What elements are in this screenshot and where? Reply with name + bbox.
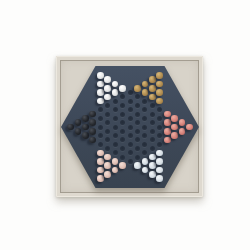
board-hole[interactable] bbox=[105, 103, 110, 108]
board-hole[interactable] bbox=[128, 125, 133, 130]
board-hole[interactable] bbox=[98, 107, 103, 112]
peg-gold[interactable] bbox=[149, 76, 156, 83]
peg-blue[interactable] bbox=[149, 154, 156, 161]
peg-black[interactable] bbox=[89, 119, 96, 126]
board-hole[interactable] bbox=[135, 137, 140, 142]
board-hole[interactable] bbox=[157, 125, 162, 130]
board-hole[interactable] bbox=[128, 116, 133, 121]
peg-salmon[interactable] bbox=[171, 132, 178, 139]
board-hole[interactable] bbox=[157, 116, 162, 121]
peg-white[interactable] bbox=[97, 98, 104, 105]
board-hole[interactable] bbox=[98, 133, 103, 138]
peg-salmon[interactable] bbox=[179, 119, 186, 126]
peg-black[interactable] bbox=[89, 111, 96, 118]
board-hole[interactable] bbox=[150, 137, 155, 142]
board-hole[interactable] bbox=[135, 129, 140, 134]
peg-salmon[interactable] bbox=[171, 115, 178, 122]
board-hole[interactable] bbox=[105, 120, 110, 125]
peg-black[interactable] bbox=[82, 124, 89, 131]
peg-salmon[interactable] bbox=[164, 119, 171, 126]
board-hole[interactable] bbox=[128, 159, 133, 164]
board-hole[interactable] bbox=[128, 142, 133, 147]
board-hole[interactable] bbox=[105, 112, 110, 117]
board-hole[interactable] bbox=[142, 125, 147, 130]
board-hole[interactable] bbox=[120, 94, 125, 99]
board-hole[interactable] bbox=[135, 103, 140, 108]
peg-white[interactable] bbox=[104, 85, 111, 92]
board-hole[interactable] bbox=[120, 146, 125, 151]
board-hole[interactable] bbox=[128, 99, 133, 104]
peg-rose[interactable] bbox=[97, 150, 104, 157]
peg-blue[interactable] bbox=[156, 175, 163, 182]
board-hole[interactable] bbox=[120, 120, 125, 125]
peg-white[interactable] bbox=[97, 72, 104, 79]
peg-gold[interactable] bbox=[156, 81, 163, 88]
board-hole[interactable] bbox=[157, 142, 162, 147]
peg-rose[interactable] bbox=[119, 162, 126, 169]
peg-gold[interactable] bbox=[149, 85, 156, 92]
board-hole[interactable] bbox=[113, 107, 118, 112]
board-cells-layer bbox=[0, 0, 250, 250]
board-hole[interactable] bbox=[113, 133, 118, 138]
board-hole[interactable] bbox=[98, 116, 103, 121]
peg-black[interactable] bbox=[75, 128, 82, 135]
peg-salmon[interactable] bbox=[164, 128, 171, 135]
board-hole[interactable] bbox=[150, 129, 155, 134]
board-hole[interactable] bbox=[98, 142, 103, 147]
board-hole[interactable] bbox=[120, 137, 125, 142]
peg-rose[interactable] bbox=[97, 175, 104, 182]
board-hole[interactable] bbox=[135, 94, 140, 99]
board-hole[interactable] bbox=[128, 133, 133, 138]
peg-white[interactable] bbox=[112, 81, 119, 88]
peg-rose[interactable] bbox=[104, 154, 111, 161]
board-hole[interactable] bbox=[113, 125, 118, 130]
board-hole[interactable] bbox=[157, 133, 162, 138]
peg-black[interactable] bbox=[89, 128, 96, 135]
peg-white[interactable] bbox=[97, 81, 104, 88]
peg-rose[interactable] bbox=[104, 171, 111, 178]
peg-blue[interactable] bbox=[149, 162, 156, 169]
peg-blue[interactable] bbox=[156, 150, 163, 157]
board-hole[interactable] bbox=[128, 107, 133, 112]
peg-blue[interactable] bbox=[134, 162, 141, 169]
board-hole[interactable] bbox=[120, 103, 125, 108]
peg-salmon[interactable] bbox=[164, 111, 171, 118]
board-hole[interactable] bbox=[142, 150, 147, 155]
peg-blue[interactable] bbox=[142, 167, 149, 174]
board-hole[interactable] bbox=[105, 137, 110, 142]
board-hole[interactable] bbox=[157, 107, 162, 112]
peg-salmon[interactable] bbox=[179, 128, 186, 135]
board-hole[interactable] bbox=[98, 125, 103, 130]
board-hole[interactable] bbox=[113, 142, 118, 147]
peg-blue[interactable] bbox=[156, 158, 163, 165]
board-hole[interactable] bbox=[105, 129, 110, 134]
board-hole[interactable] bbox=[150, 103, 155, 108]
board-hole[interactable] bbox=[113, 116, 118, 121]
board-hole[interactable] bbox=[142, 107, 147, 112]
peg-black[interactable] bbox=[67, 124, 74, 131]
board-hole[interactable] bbox=[128, 150, 133, 155]
peg-gold[interactable] bbox=[149, 94, 156, 101]
board-hole[interactable] bbox=[150, 146, 155, 151]
board-hole[interactable] bbox=[120, 129, 125, 134]
peg-black[interactable] bbox=[82, 132, 89, 139]
board-hole[interactable] bbox=[142, 99, 147, 104]
peg-black[interactable] bbox=[75, 119, 82, 126]
peg-gold[interactable] bbox=[156, 89, 163, 96]
peg-blue[interactable] bbox=[149, 171, 156, 178]
peg-white[interactable] bbox=[104, 94, 111, 101]
board-hole[interactable] bbox=[135, 155, 140, 160]
peg-white[interactable] bbox=[112, 89, 119, 96]
peg-blue[interactable] bbox=[156, 167, 163, 174]
board-hole[interactable] bbox=[105, 146, 110, 151]
peg-gold[interactable] bbox=[142, 81, 149, 88]
peg-white[interactable] bbox=[104, 76, 111, 83]
board-hole[interactable] bbox=[113, 150, 118, 155]
board-hole[interactable] bbox=[150, 120, 155, 125]
peg-gold[interactable] bbox=[156, 72, 163, 79]
peg-gold[interactable] bbox=[142, 89, 149, 96]
peg-rose[interactable] bbox=[97, 158, 104, 165]
peg-rose[interactable] bbox=[104, 162, 111, 169]
board-hole[interactable] bbox=[135, 120, 140, 125]
peg-black[interactable] bbox=[89, 137, 96, 144]
board-hole[interactable] bbox=[135, 112, 140, 117]
peg-white[interactable] bbox=[97, 89, 104, 96]
board-hole[interactable] bbox=[120, 155, 125, 160]
peg-rose[interactable] bbox=[112, 158, 119, 165]
peg-rose[interactable] bbox=[97, 167, 104, 174]
board-hole[interactable] bbox=[142, 142, 147, 147]
board-hole[interactable] bbox=[120, 112, 125, 117]
board-hole[interactable] bbox=[150, 112, 155, 117]
peg-white[interactable] bbox=[119, 85, 126, 92]
peg-salmon[interactable] bbox=[164, 137, 171, 144]
peg-salmon[interactable] bbox=[186, 124, 193, 131]
board-hole[interactable] bbox=[128, 90, 133, 95]
peg-blue[interactable] bbox=[142, 158, 149, 165]
board-hole[interactable] bbox=[135, 146, 140, 151]
board-hole[interactable] bbox=[142, 116, 147, 121]
peg-salmon[interactable] bbox=[171, 124, 178, 131]
peg-gold[interactable] bbox=[156, 98, 163, 105]
peg-rose[interactable] bbox=[112, 167, 119, 174]
photo-canvas bbox=[0, 0, 250, 250]
board-hole[interactable] bbox=[142, 133, 147, 138]
board-hole[interactable] bbox=[113, 99, 118, 104]
peg-black[interactable] bbox=[82, 115, 89, 122]
peg-gold[interactable] bbox=[134, 85, 141, 92]
